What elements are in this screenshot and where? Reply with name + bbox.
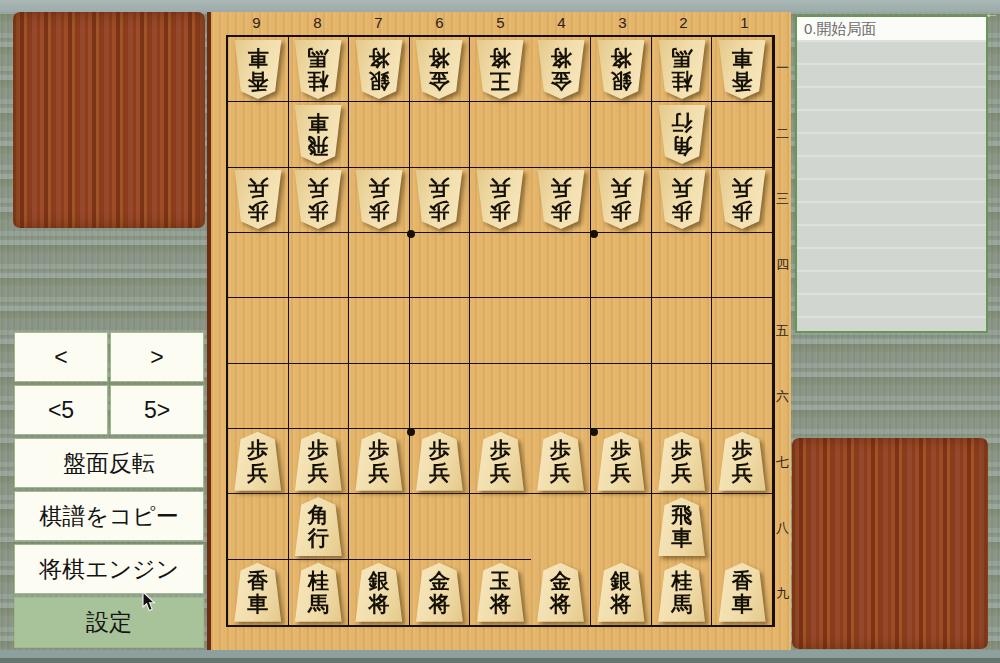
square-9七[interactable]: 歩兵 — [228, 429, 289, 494]
square-5一[interactable]: 王将 — [470, 37, 531, 102]
square-4三[interactable]: 歩兵 — [531, 168, 592, 233]
square-3二[interactable] — [591, 102, 652, 167]
piece-body: 桂馬 — [656, 563, 708, 622]
piece-body: 角行 — [292, 497, 344, 556]
piece-kanji: 車 — [308, 111, 329, 134]
square-9六[interactable] — [228, 364, 289, 429]
piece-kanji: 兵 — [611, 176, 632, 199]
gote-piece-香車[interactable]: 香車 — [716, 40, 768, 99]
square-4七[interactable]: 歩兵 — [531, 429, 592, 494]
piece-kanji: 歩 — [368, 439, 389, 462]
piece-kanji: 香 — [247, 69, 268, 92]
piece-kanji: 歩 — [671, 439, 692, 462]
piece-kanji: 歩 — [308, 439, 329, 462]
piece-kanji: 兵 — [732, 462, 753, 485]
piece-kanji: 歩 — [429, 439, 450, 462]
gote-piece-歩兵[interactable]: 歩兵 — [716, 170, 768, 229]
piece-kanji: 将 — [550, 593, 571, 616]
file-label-2: 2 — [653, 12, 714, 34]
piece-kanji: 金 — [429, 570, 450, 593]
piece-body: 桂馬 — [656, 40, 708, 99]
sente-piece-歩兵[interactable]: 歩兵 — [232, 432, 284, 491]
square-2八[interactable]: 飛車 — [652, 494, 713, 559]
file-label-6: 6 — [409, 12, 470, 34]
square-5三[interactable]: 歩兵 — [470, 168, 531, 233]
piece-kanji: 玉 — [490, 570, 511, 593]
piece-kanji: 角 — [308, 504, 329, 527]
gote-piece-銀将[interactable]: 銀将 — [353, 40, 405, 99]
piece-kanji: 歩 — [247, 439, 268, 462]
piece-kanji: 車 — [732, 593, 753, 616]
gote-piece-香車[interactable]: 香車 — [232, 40, 284, 99]
piece-body: 歩兵 — [292, 170, 344, 229]
square-7三[interactable]: 歩兵 — [349, 168, 410, 233]
top-border-band — [0, 0, 1000, 12]
rank-label-九: 九 — [774, 561, 791, 627]
square-5六[interactable] — [470, 364, 531, 429]
file-label-8: 8 — [287, 12, 348, 34]
square-1八[interactable] — [712, 494, 773, 559]
piece-kanji: 歩 — [490, 439, 511, 462]
piece-body: 歩兵 — [232, 432, 284, 491]
piece-body: 銀将 — [595, 563, 647, 622]
square-9九[interactable]: 香車 — [228, 560, 289, 625]
piece-body: 玉将 — [474, 563, 526, 622]
square-7四[interactable] — [349, 233, 410, 298]
sente-piece-金将[interactable]: 金将 — [413, 563, 465, 622]
square-9五[interactable] — [228, 298, 289, 363]
file-label-9: 9 — [226, 12, 287, 34]
file-labels: 987654321 — [226, 12, 775, 34]
piece-kanji: 馬 — [308, 593, 329, 616]
piece-kanji: 兵 — [368, 176, 389, 199]
mouse-cursor — [142, 591, 158, 613]
piece-body: 歩兵 — [474, 170, 526, 229]
piece-kanji: 歩 — [490, 199, 511, 222]
back-5-button[interactable]: <5 — [14, 385, 108, 435]
piece-kanji: 兵 — [550, 176, 571, 199]
star-point — [590, 428, 598, 436]
sente-piece-歩兵[interactable]: 歩兵 — [413, 432, 465, 491]
piece-body: 歩兵 — [535, 170, 587, 229]
square-4一[interactable]: 金将 — [531, 37, 592, 102]
piece-kanji: 桂 — [308, 69, 329, 92]
piece-body: 銀将 — [595, 40, 647, 99]
square-5五[interactable] — [470, 298, 531, 363]
square-8六[interactable] — [289, 364, 350, 429]
piece-body: 歩兵 — [232, 170, 284, 229]
back-arrow-icon: ← — [984, 4, 999, 21]
piece-kanji: 桂 — [671, 570, 692, 593]
piece-body: 歩兵 — [535, 432, 587, 491]
sente-piece-金将[interactable]: 金将 — [535, 563, 587, 622]
piece-body: 歩兵 — [413, 170, 465, 229]
square-2二[interactable]: 角行 — [652, 102, 713, 167]
piece-kanji: 将 — [368, 593, 389, 616]
rank-labels: 一二三四五六七八九 — [774, 35, 791, 627]
square-6九[interactable]: 金将 — [410, 560, 471, 625]
square-4六[interactable] — [531, 364, 592, 429]
flip-board-button[interactable]: 盤面反転 — [14, 438, 204, 488]
piece-body: 歩兵 — [474, 432, 526, 491]
gote-piece-王将[interactable]: 王将 — [474, 40, 526, 99]
square-6五[interactable] — [410, 298, 471, 363]
square-6一[interactable]: 金将 — [410, 37, 471, 102]
rank-label-三: 三 — [774, 167, 791, 233]
move-list-panel[interactable]: 0.開始局面 — [795, 15, 988, 333]
square-5八[interactable] — [470, 494, 531, 559]
piece-kanji: 飛 — [308, 134, 329, 157]
gote-piece-銀将[interactable]: 銀将 — [595, 40, 647, 99]
piece-kanji: 兵 — [247, 462, 268, 485]
piece-kanji: 飛 — [671, 504, 692, 527]
piece-body: 金将 — [413, 40, 465, 99]
square-1二[interactable] — [712, 102, 773, 167]
move-list-entry[interactable]: 0.開始局面 — [797, 17, 986, 40]
sente-piece-桂馬[interactable]: 桂馬 — [292, 563, 344, 622]
piece-kanji: 兵 — [671, 176, 692, 199]
square-8七[interactable]: 歩兵 — [289, 429, 350, 494]
square-3三[interactable]: 歩兵 — [591, 168, 652, 233]
bottom-border-band — [0, 650, 1000, 663]
square-4九[interactable]: 金将 — [531, 560, 592, 625]
sente-piece-角行[interactable]: 角行 — [292, 497, 344, 556]
sente-piece-歩兵[interactable]: 歩兵 — [535, 432, 587, 491]
piece-kanji: 兵 — [368, 462, 389, 485]
file-label-7: 7 — [348, 12, 409, 34]
rank-label-五: 五 — [774, 298, 791, 364]
square-7二[interactable] — [349, 102, 410, 167]
square-2一[interactable]: 桂馬 — [652, 37, 713, 102]
piece-kanji: 香 — [732, 570, 753, 593]
square-6七[interactable]: 歩兵 — [410, 429, 471, 494]
rank-label-四: 四 — [774, 232, 791, 298]
piece-kanji: 桂 — [308, 570, 329, 593]
piece-kanji: 歩 — [732, 439, 753, 462]
square-7八[interactable] — [349, 494, 410, 559]
piece-body: 金将 — [535, 563, 587, 622]
square-2七[interactable]: 歩兵 — [652, 429, 713, 494]
piece-body: 王将 — [474, 40, 526, 99]
step-back-button[interactable]: < — [14, 332, 108, 382]
square-2六[interactable] — [652, 364, 713, 429]
square-6六[interactable] — [410, 364, 471, 429]
gote-piece-角行[interactable]: 角行 — [656, 105, 708, 164]
step-forward-button[interactable]: > — [110, 332, 204, 382]
piece-body: 歩兵 — [595, 170, 647, 229]
piece-kanji: 兵 — [732, 176, 753, 199]
square-8二[interactable]: 飛車 — [289, 102, 350, 167]
piece-body: 角行 — [656, 105, 708, 164]
square-6四[interactable] — [410, 233, 471, 298]
piece-body: 飛車 — [656, 497, 708, 556]
piece-kanji: 歩 — [611, 199, 632, 222]
piece-kanji: 将 — [368, 46, 389, 69]
square-7六[interactable] — [349, 364, 410, 429]
square-9八[interactable] — [228, 494, 289, 559]
piece-kanji: 兵 — [490, 176, 511, 199]
piece-kanji: 歩 — [247, 199, 268, 222]
piece-kanji: 兵 — [490, 462, 511, 485]
sente-piece-香車[interactable]: 香車 — [232, 563, 284, 622]
piece-body: 金将 — [535, 40, 587, 99]
square-7七[interactable]: 歩兵 — [349, 429, 410, 494]
piece-kanji: 行 — [671, 111, 692, 134]
file-label-5: 5 — [470, 12, 531, 34]
gote-piece-金将[interactable]: 金将 — [535, 40, 587, 99]
sente-piece-玉将[interactable]: 玉将 — [474, 563, 526, 622]
square-9二[interactable] — [228, 102, 289, 167]
shogi-board[interactable]: 香車桂馬銀将金将王将金将銀将桂馬香車飛車角行歩兵歩兵歩兵歩兵歩兵歩兵歩兵歩兵歩兵… — [226, 35, 775, 627]
shogi-app: 987654321 一二三四五六七八九 香車桂馬銀将金将王将金将銀将桂馬香車飛車… — [0, 0, 1000, 663]
piece-kanji: 兵 — [429, 176, 450, 199]
star-point — [407, 230, 415, 238]
piece-kanji: 兵 — [671, 462, 692, 485]
square-1三[interactable]: 歩兵 — [712, 168, 773, 233]
gote-piece-歩兵[interactable]: 歩兵 — [353, 170, 405, 229]
piece-kanji: 歩 — [308, 199, 329, 222]
copy-kifu-button[interactable]: 棋譜をコピー — [14, 491, 204, 541]
file-label-1: 1 — [714, 12, 775, 34]
square-8五[interactable] — [289, 298, 350, 363]
piece-kanji: 桂 — [671, 69, 692, 92]
square-6三[interactable]: 歩兵 — [410, 168, 471, 233]
piece-body: 銀将 — [353, 563, 405, 622]
piece-body: 歩兵 — [353, 170, 405, 229]
piece-kanji: 香 — [247, 570, 268, 593]
rank-label-二: 二 — [774, 101, 791, 167]
piece-body: 金将 — [413, 563, 465, 622]
sente-piece-歩兵[interactable]: 歩兵 — [656, 432, 708, 491]
file-label-4: 4 — [531, 12, 592, 34]
square-1七[interactable]: 歩兵 — [712, 429, 773, 494]
star-point — [590, 230, 598, 238]
gote-piece-金将[interactable]: 金将 — [413, 40, 465, 99]
piece-kanji: 車 — [247, 593, 268, 616]
square-7一[interactable]: 銀将 — [349, 37, 410, 102]
piece-body: 歩兵 — [716, 432, 768, 491]
engine-button[interactable]: 将棋エンジン — [14, 544, 204, 594]
piece-body: 香車 — [716, 40, 768, 99]
square-8九[interactable]: 桂馬 — [289, 560, 350, 625]
square-3七[interactable]: 歩兵 — [591, 429, 652, 494]
gote-piece-stand — [13, 12, 205, 228]
sente-piece-飛車[interactable]: 飛車 — [656, 497, 708, 556]
piece-kanji: 銀 — [368, 69, 389, 92]
square-3八[interactable] — [591, 494, 652, 559]
piece-kanji: 車 — [732, 46, 753, 69]
piece-kanji: 車 — [671, 527, 692, 550]
square-3六[interactable] — [591, 364, 652, 429]
piece-kanji: 兵 — [308, 462, 329, 485]
file-label-3: 3 — [592, 12, 653, 34]
square-3四[interactable] — [591, 233, 652, 298]
piece-kanji: 将 — [490, 593, 511, 616]
gote-piece-歩兵[interactable]: 歩兵 — [535, 170, 587, 229]
square-5二[interactable] — [470, 102, 531, 167]
piece-kanji: 馬 — [671, 46, 692, 69]
piece-body: 銀将 — [353, 40, 405, 99]
sente-piece-銀将[interactable]: 銀将 — [595, 563, 647, 622]
gote-piece-歩兵[interactable]: 歩兵 — [292, 170, 344, 229]
piece-body: 歩兵 — [656, 170, 708, 229]
sente-piece-歩兵[interactable]: 歩兵 — [595, 432, 647, 491]
square-1一[interactable]: 香車 — [712, 37, 773, 102]
piece-body: 飛車 — [292, 105, 344, 164]
piece-body: 歩兵 — [656, 432, 708, 491]
piece-body: 歩兵 — [716, 170, 768, 229]
settings-button[interactable]: 設定 — [14, 597, 204, 648]
gote-piece-桂馬[interactable]: 桂馬 — [292, 40, 344, 99]
piece-kanji: 歩 — [368, 199, 389, 222]
piece-kanji: 将 — [611, 46, 632, 69]
piece-body: 歩兵 — [292, 432, 344, 491]
piece-kanji: 兵 — [247, 176, 268, 199]
rank-label-七: 七 — [774, 430, 791, 496]
star-point — [407, 428, 415, 436]
piece-kanji: 金 — [550, 570, 571, 593]
piece-kanji: 将 — [611, 593, 632, 616]
piece-kanji: 銀 — [611, 570, 632, 593]
square-8一[interactable]: 桂馬 — [289, 37, 350, 102]
piece-kanji: 歩 — [611, 439, 632, 462]
square-1五[interactable] — [712, 298, 773, 363]
sente-piece-歩兵[interactable]: 歩兵 — [353, 432, 405, 491]
piece-kanji: 馬 — [308, 46, 329, 69]
square-3五[interactable] — [591, 298, 652, 363]
gote-piece-桂馬[interactable]: 桂馬 — [656, 40, 708, 99]
square-9三[interactable]: 歩兵 — [228, 168, 289, 233]
gote-piece-歩兵[interactable]: 歩兵 — [413, 170, 465, 229]
control-sidebar: <><55>盤面反転棋譜をコピー将棋エンジン設定 — [14, 332, 204, 648]
piece-body: 桂馬 — [292, 40, 344, 99]
square-5四[interactable] — [470, 233, 531, 298]
square-5九[interactable]: 玉将 — [470, 560, 531, 625]
piece-kanji: 香 — [732, 69, 753, 92]
square-1四[interactable] — [712, 233, 773, 298]
rank-label-六: 六 — [774, 364, 791, 430]
sente-piece-銀将[interactable]: 銀将 — [353, 563, 405, 622]
piece-kanji: 金 — [550, 69, 571, 92]
piece-kanji: 歩 — [550, 199, 571, 222]
square-3一[interactable]: 銀将 — [591, 37, 652, 102]
sente-piece-桂馬[interactable]: 桂馬 — [656, 563, 708, 622]
piece-kanji: 銀 — [611, 69, 632, 92]
piece-body: 歩兵 — [413, 432, 465, 491]
piece-kanji: 歩 — [671, 199, 692, 222]
square-6二[interactable] — [410, 102, 471, 167]
piece-body: 歩兵 — [595, 432, 647, 491]
square-2三[interactable]: 歩兵 — [652, 168, 713, 233]
piece-kanji: 馬 — [671, 593, 692, 616]
square-5七[interactable]: 歩兵 — [470, 429, 531, 494]
piece-kanji: 将 — [490, 46, 511, 69]
square-8四[interactable] — [289, 233, 350, 298]
square-4八[interactable] — [531, 494, 592, 559]
piece-kanji: 行 — [308, 527, 329, 550]
forward-5-button[interactable]: 5> — [110, 385, 204, 435]
gote-piece-歩兵[interactable]: 歩兵 — [595, 170, 647, 229]
piece-kanji: 兵 — [611, 462, 632, 485]
piece-kanji: 歩 — [550, 439, 571, 462]
square-9四[interactable] — [228, 233, 289, 298]
square-2九[interactable]: 桂馬 — [652, 560, 713, 625]
square-1九[interactable]: 香車 — [712, 560, 773, 625]
piece-kanji: 将 — [429, 593, 450, 616]
piece-body: 歩兵 — [353, 432, 405, 491]
piece-kanji: 兵 — [429, 462, 450, 485]
piece-kanji: 兵 — [308, 176, 329, 199]
gote-piece-飛車[interactable]: 飛車 — [292, 105, 344, 164]
piece-kanji: 角 — [671, 134, 692, 157]
square-8八[interactable]: 角行 — [289, 494, 350, 559]
square-4五[interactable] — [531, 298, 592, 363]
piece-body: 香車 — [232, 40, 284, 99]
square-4四[interactable] — [531, 233, 592, 298]
rank-label-八: 八 — [774, 495, 791, 561]
sente-piece-香車[interactable]: 香車 — [716, 563, 768, 622]
piece-kanji: 将 — [550, 46, 571, 69]
sente-piece-stand — [792, 438, 988, 649]
gote-piece-歩兵[interactable]: 歩兵 — [656, 170, 708, 229]
sente-piece-歩兵[interactable]: 歩兵 — [292, 432, 344, 491]
piece-kanji: 車 — [247, 46, 268, 69]
rank-label-一: 一 — [774, 35, 791, 101]
square-4二[interactable] — [531, 102, 592, 167]
sente-piece-歩兵[interactable]: 歩兵 — [716, 432, 768, 491]
square-8三[interactable]: 歩兵 — [289, 168, 350, 233]
square-9一[interactable]: 香車 — [228, 37, 289, 102]
piece-kanji: 金 — [429, 69, 450, 92]
gote-piece-歩兵[interactable]: 歩兵 — [232, 170, 284, 229]
piece-kanji: 歩 — [732, 199, 753, 222]
piece-body: 桂馬 — [292, 563, 344, 622]
piece-body: 香車 — [232, 563, 284, 622]
square-1六[interactable] — [712, 364, 773, 429]
square-7九[interactable]: 銀将 — [349, 560, 410, 625]
square-7五[interactable] — [349, 298, 410, 363]
piece-kanji: 王 — [490, 69, 511, 92]
sente-piece-歩兵[interactable]: 歩兵 — [474, 432, 526, 491]
piece-body: 香車 — [716, 563, 768, 622]
piece-kanji: 銀 — [368, 570, 389, 593]
piece-kanji: 将 — [429, 46, 450, 69]
square-2四[interactable] — [652, 233, 713, 298]
piece-kanji: 歩 — [429, 199, 450, 222]
piece-kanji: 兵 — [550, 462, 571, 485]
square-3九[interactable]: 銀将 — [591, 560, 652, 625]
gote-piece-歩兵[interactable]: 歩兵 — [474, 170, 526, 229]
square-6八[interactable] — [410, 494, 471, 559]
square-2五[interactable] — [652, 298, 713, 363]
